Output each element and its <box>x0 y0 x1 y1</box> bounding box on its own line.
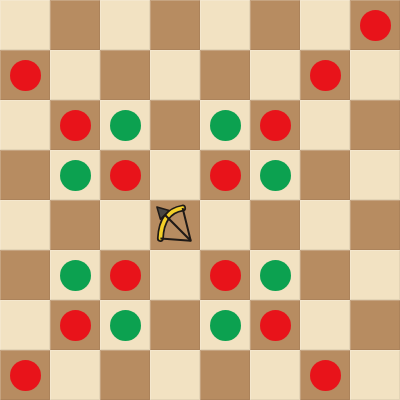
board-square[interactable] <box>0 0 50 50</box>
board-square[interactable] <box>100 350 150 400</box>
board-square[interactable] <box>100 150 150 200</box>
red-piece[interactable] <box>260 110 291 141</box>
red-piece[interactable] <box>110 260 141 291</box>
board-square[interactable] <box>300 200 350 250</box>
green-piece[interactable] <box>210 310 241 341</box>
green-piece[interactable] <box>210 110 241 141</box>
board-square[interactable] <box>150 100 200 150</box>
board-square[interactable] <box>350 150 400 200</box>
red-piece[interactable] <box>10 360 41 391</box>
board-square[interactable] <box>250 250 300 300</box>
bow-and-arrow-icon[interactable] <box>154 204 196 246</box>
board-square[interactable] <box>0 350 50 400</box>
board-square[interactable] <box>100 300 150 350</box>
board-square[interactable] <box>0 100 50 150</box>
board-square[interactable] <box>150 0 200 50</box>
board-square[interactable] <box>200 0 250 50</box>
board-square[interactable] <box>300 0 350 50</box>
board-square[interactable] <box>100 100 150 150</box>
green-piece[interactable] <box>60 260 91 291</box>
board-square[interactable] <box>0 300 50 350</box>
board-square[interactable] <box>350 250 400 300</box>
board-square[interactable] <box>200 150 250 200</box>
board-square[interactable] <box>200 50 250 100</box>
green-piece[interactable] <box>110 310 141 341</box>
board-square[interactable] <box>100 0 150 50</box>
board-square[interactable] <box>300 350 350 400</box>
game-board <box>0 0 400 400</box>
green-piece[interactable] <box>110 110 141 141</box>
red-piece[interactable] <box>60 310 91 341</box>
board-square[interactable] <box>0 50 50 100</box>
board-square[interactable] <box>0 250 50 300</box>
board-square[interactable] <box>300 300 350 350</box>
board-square[interactable] <box>150 300 200 350</box>
board-square[interactable] <box>150 350 200 400</box>
board-square[interactable] <box>300 250 350 300</box>
board-square[interactable] <box>250 200 300 250</box>
board-square[interactable] <box>150 50 200 100</box>
red-piece[interactable] <box>260 310 291 341</box>
red-piece[interactable] <box>60 110 91 141</box>
board-square[interactable] <box>250 300 300 350</box>
red-piece[interactable] <box>310 360 341 391</box>
board-square[interactable] <box>350 350 400 400</box>
board-square[interactable] <box>200 200 250 250</box>
board-square[interactable] <box>150 250 200 300</box>
board-square[interactable] <box>100 250 150 300</box>
board-square[interactable] <box>100 50 150 100</box>
green-piece[interactable] <box>260 160 291 191</box>
board-square[interactable] <box>350 300 400 350</box>
board-square[interactable] <box>50 200 100 250</box>
red-piece[interactable] <box>210 160 241 191</box>
board-square[interactable] <box>200 250 250 300</box>
board-square[interactable] <box>250 50 300 100</box>
board-square[interactable] <box>250 350 300 400</box>
board-square[interactable] <box>50 0 100 50</box>
board-square[interactable] <box>100 200 150 250</box>
board-square[interactable] <box>50 100 100 150</box>
board-square[interactable] <box>350 200 400 250</box>
green-piece[interactable] <box>60 160 91 191</box>
board-square[interactable] <box>350 0 400 50</box>
board-square[interactable] <box>350 100 400 150</box>
board-square[interactable] <box>300 50 350 100</box>
board-square[interactable] <box>50 350 100 400</box>
red-piece[interactable] <box>210 260 241 291</box>
board-square[interactable] <box>200 100 250 150</box>
board-square[interactable] <box>150 150 200 200</box>
board-square[interactable] <box>50 50 100 100</box>
board-square[interactable] <box>50 300 100 350</box>
board-square[interactable] <box>300 150 350 200</box>
board-square[interactable] <box>350 50 400 100</box>
green-piece[interactable] <box>260 260 291 291</box>
red-piece[interactable] <box>10 60 41 91</box>
board-square[interactable] <box>50 250 100 300</box>
board-square[interactable] <box>200 350 250 400</box>
board-square[interactable] <box>300 100 350 150</box>
board-square[interactable] <box>250 100 300 150</box>
board-square[interactable] <box>250 0 300 50</box>
board-square[interactable] <box>250 150 300 200</box>
board-square[interactable] <box>200 300 250 350</box>
board-square[interactable] <box>150 200 200 250</box>
board-square[interactable] <box>0 150 50 200</box>
red-piece[interactable] <box>310 60 341 91</box>
board-square[interactable] <box>0 200 50 250</box>
red-piece[interactable] <box>110 160 141 191</box>
board-square[interactable] <box>50 150 100 200</box>
red-piece[interactable] <box>360 10 391 41</box>
